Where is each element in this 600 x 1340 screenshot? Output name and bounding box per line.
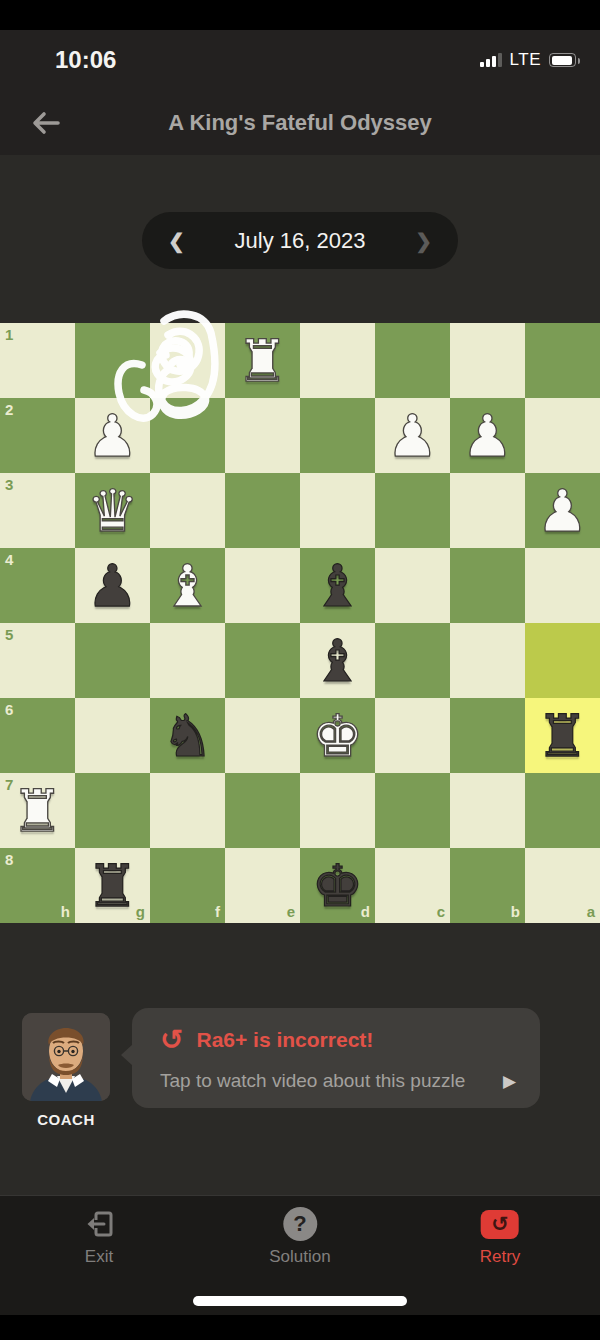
- battery-icon: [549, 53, 576, 67]
- square-a6[interactable]: ♜: [525, 698, 600, 773]
- square-h6[interactable]: 6: [0, 698, 75, 773]
- square-c4[interactable]: [375, 548, 450, 623]
- rank-label-4: 4: [5, 552, 13, 567]
- square-b6[interactable]: [450, 698, 525, 773]
- square-a7[interactable]: [525, 773, 600, 848]
- header: A King's Fateful Odyssey: [0, 90, 600, 155]
- square-d4[interactable]: ♝: [300, 548, 375, 623]
- square-g8[interactable]: g♜: [75, 848, 150, 923]
- square-e1[interactable]: ♜: [225, 323, 300, 398]
- rank-label-5: 5: [5, 627, 13, 642]
- square-d1[interactable]: [300, 323, 375, 398]
- square-g1[interactable]: [75, 323, 150, 398]
- puzzle-section: ❮ July 16, 2023 ❯ 1♜2♟♟♟3♛♟4♟♝♝5♝6♞♚♜7♜8…: [0, 155, 600, 1195]
- square-f5[interactable]: [150, 623, 225, 698]
- piece-black-bishop-d5[interactable]: ♝: [300, 623, 375, 698]
- question-mark-icon: ?: [283, 1206, 317, 1242]
- file-label-f: f: [215, 904, 220, 919]
- square-c3[interactable]: [375, 473, 450, 548]
- square-d3[interactable]: [300, 473, 375, 548]
- square-h4[interactable]: 4: [0, 548, 75, 623]
- bubble-tail: [121, 1044, 133, 1066]
- retry-label: Retry: [480, 1247, 521, 1267]
- square-f7[interactable]: [150, 773, 225, 848]
- coach-avatar-illustration: [22, 1013, 110, 1101]
- square-c6[interactable]: [375, 698, 450, 773]
- square-g6[interactable]: [75, 698, 150, 773]
- square-c7[interactable]: [375, 773, 450, 848]
- bubble-error-line: ↺ Ra6+ is incorrect!: [160, 1026, 373, 1054]
- square-e2[interactable]: [225, 398, 300, 473]
- coach-avatar: [22, 1013, 110, 1101]
- square-h8[interactable]: 8h: [0, 848, 75, 923]
- square-a5[interactable]: [525, 623, 600, 698]
- square-f8[interactable]: f: [150, 848, 225, 923]
- square-a1[interactable]: [525, 323, 600, 398]
- network-type: LTE: [510, 50, 541, 70]
- square-b4[interactable]: [450, 548, 525, 623]
- coach-message-bubble[interactable]: ↺ Ra6+ is incorrect! Tap to watch video …: [132, 1008, 540, 1108]
- square-h1[interactable]: 1: [0, 323, 75, 398]
- solution-button[interactable]: ? Solution: [269, 1206, 330, 1267]
- square-c1[interactable]: [375, 323, 450, 398]
- piece-white-queen-g3[interactable]: ♛: [75, 473, 150, 548]
- square-d5[interactable]: ♝: [300, 623, 375, 698]
- bottom-bezel: [0, 1315, 600, 1340]
- piece-black-rook-g8[interactable]: ♜: [75, 848, 150, 923]
- square-b7[interactable]: [450, 773, 525, 848]
- piece-black-king-d8[interactable]: ♚: [300, 848, 375, 923]
- signal-strength-icon: [480, 53, 502, 67]
- square-b3[interactable]: [450, 473, 525, 548]
- piece-black-knight-f6[interactable]: ♞: [150, 698, 225, 773]
- piece-white-bishop-f4[interactable]: ♝: [150, 548, 225, 623]
- chess-board: 1♜2♟♟♟3♛♟4♟♝♝5♝6♞♚♜7♜8hg♜fed♚cba: [0, 323, 600, 923]
- square-a2[interactable]: [525, 398, 600, 473]
- piece-white-rook-h7[interactable]: ♜: [0, 773, 75, 848]
- square-g3[interactable]: ♛: [75, 473, 150, 548]
- notch-area: [0, 0, 600, 30]
- square-a3[interactable]: ♟: [525, 473, 600, 548]
- play-icon[interactable]: ▶: [503, 1071, 516, 1091]
- piece-white-rook-e1[interactable]: ♜: [225, 323, 300, 398]
- exit-label: Exit: [85, 1247, 113, 1267]
- piece-black-bishop-d4[interactable]: ♝: [300, 548, 375, 623]
- rank-label-2: 2: [5, 402, 13, 417]
- exit-button[interactable]: Exit: [84, 1206, 114, 1267]
- page-title: A King's Fateful Odyssey: [0, 110, 600, 136]
- square-a4[interactable]: [525, 548, 600, 623]
- next-date-button[interactable]: ❯: [415, 231, 432, 251]
- square-e4[interactable]: [225, 548, 300, 623]
- square-f6[interactable]: ♞: [150, 698, 225, 773]
- piece-white-pawn-b2[interactable]: ♟: [450, 398, 525, 473]
- exit-door-icon: [84, 1206, 114, 1242]
- piece-white-pawn-g2[interactable]: ♟: [75, 398, 150, 473]
- file-label-b: b: [511, 904, 520, 919]
- piece-white-pawn-c2[interactable]: ♟: [375, 398, 450, 473]
- retry-icon: ↺: [481, 1206, 519, 1242]
- square-e7[interactable]: [225, 773, 300, 848]
- file-label-h: h: [61, 904, 70, 919]
- square-c2[interactable]: ♟: [375, 398, 450, 473]
- square-f1[interactable]: [150, 323, 225, 398]
- square-f4[interactable]: ♝: [150, 548, 225, 623]
- status-icons: LTE: [480, 50, 576, 70]
- square-c8[interactable]: c: [375, 848, 450, 923]
- solution-label: Solution: [269, 1247, 330, 1267]
- phone-screen: 10:06 LTE A King's Fateful Odyssey ❮ Jul…: [0, 0, 600, 1340]
- status-bar: 10:06 LTE: [0, 30, 600, 90]
- square-d8[interactable]: d♚: [300, 848, 375, 923]
- file-label-a: a: [587, 904, 595, 919]
- file-label-c: c: [437, 904, 445, 919]
- square-h2[interactable]: 2: [0, 398, 75, 473]
- rank-label-3: 3: [5, 477, 13, 492]
- retry-arrow-icon: ↺: [160, 1026, 183, 1054]
- retry-button[interactable]: ↺ Retry: [480, 1206, 521, 1267]
- square-e8[interactable]: e: [225, 848, 300, 923]
- piece-white-pawn-a3[interactable]: ♟: [525, 473, 600, 548]
- bottom-nav: Exit ? Solution ↺ Retry: [0, 1195, 600, 1315]
- square-f3[interactable]: [150, 473, 225, 548]
- square-d6[interactable]: ♚: [300, 698, 375, 773]
- square-a8[interactable]: a: [525, 848, 600, 923]
- square-b5[interactable]: [450, 623, 525, 698]
- piece-black-pawn-g4[interactable]: ♟: [75, 548, 150, 623]
- square-h7[interactable]: 7♜: [0, 773, 75, 848]
- square-g7[interactable]: [75, 773, 150, 848]
- square-c5[interactable]: [375, 623, 450, 698]
- square-e3[interactable]: [225, 473, 300, 548]
- piece-black-rook-a6[interactable]: ♜: [525, 698, 600, 773]
- square-g5[interactable]: [75, 623, 150, 698]
- square-b2[interactable]: ♟: [450, 398, 525, 473]
- square-e5[interactable]: [225, 623, 300, 698]
- square-d7[interactable]: [300, 773, 375, 848]
- file-label-e: e: [287, 904, 295, 919]
- video-hint-text: Tap to watch video about this puzzle: [160, 1070, 465, 1092]
- square-b1[interactable]: [450, 323, 525, 398]
- square-g2[interactable]: ♟: [75, 398, 150, 473]
- square-f2[interactable]: [150, 398, 225, 473]
- date-navigator: ❮ July 16, 2023 ❯: [142, 212, 458, 269]
- home-indicator[interactable]: [193, 1296, 407, 1306]
- piece-white-king-d6[interactable]: ♚: [300, 698, 375, 773]
- square-d2[interactable]: [300, 398, 375, 473]
- rank-label-8: 8: [5, 852, 13, 867]
- error-message: Ra6+ is incorrect!: [196, 1028, 373, 1052]
- square-b8[interactable]: b: [450, 848, 525, 923]
- square-g4[interactable]: ♟: [75, 548, 150, 623]
- clock: 10:06: [55, 46, 116, 74]
- puzzle-date: July 16, 2023: [235, 228, 366, 254]
- bubble-video-line: Tap to watch video about this puzzle ▶: [160, 1070, 516, 1092]
- square-e6[interactable]: [225, 698, 300, 773]
- coach-label: COACH: [22, 1111, 110, 1128]
- square-h5[interactable]: 5: [0, 623, 75, 698]
- rank-label-1: 1: [5, 327, 13, 342]
- square-h3[interactable]: 3: [0, 473, 75, 548]
- rank-label-6: 6: [5, 702, 13, 717]
- previous-date-button[interactable]: ❮: [168, 231, 185, 251]
